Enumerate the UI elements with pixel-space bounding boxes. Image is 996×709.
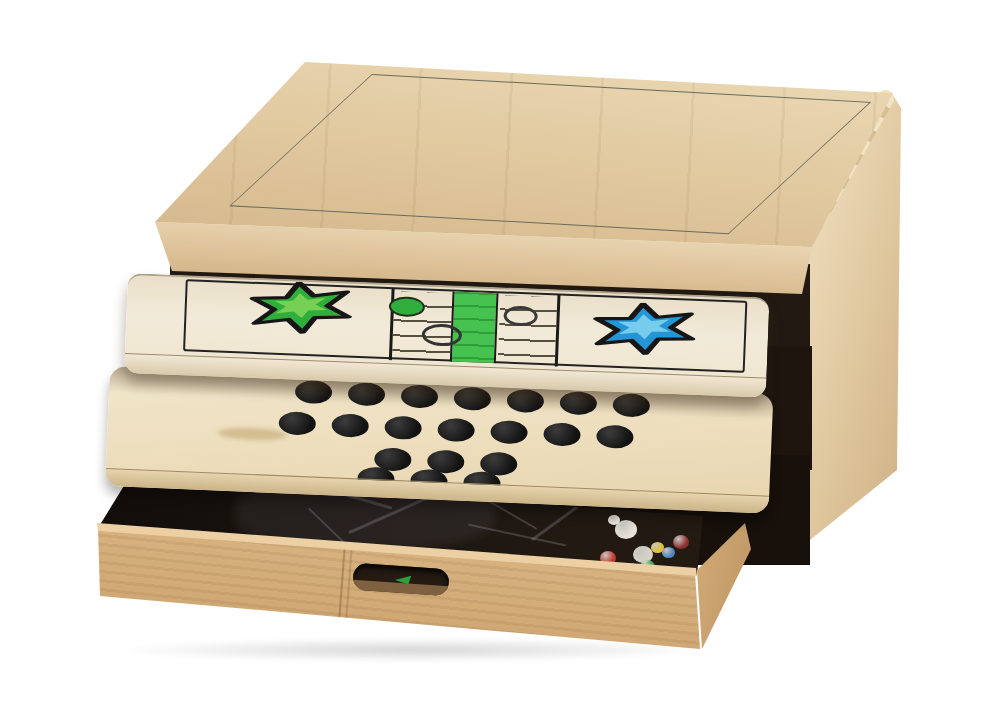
ludo-home-column: [450, 291, 499, 363]
peg-hole: [331, 413, 369, 438]
ludo-blue-star: [587, 300, 701, 357]
ludo-green-star: [243, 278, 358, 337]
drawer-seam: [338, 546, 346, 620]
marble: [673, 535, 689, 549]
peg-hole: [596, 424, 634, 449]
drawer-seam: [345, 546, 353, 620]
peg-hole: [490, 420, 528, 445]
ludo-row-lines: [498, 295, 557, 363]
game-box-photo: [0, 0, 996, 709]
peg-hole: [543, 422, 581, 447]
marble: [608, 515, 620, 525]
peg-hole: [384, 416, 422, 441]
marble: [662, 547, 675, 558]
wood-knot: [217, 427, 287, 442]
peg-hole: [437, 418, 475, 443]
